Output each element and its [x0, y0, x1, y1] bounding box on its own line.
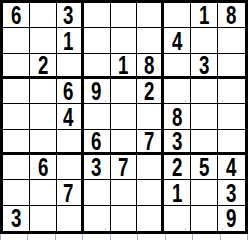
cell-r3c8[interactable]: 3	[191, 54, 218, 79]
cell-r4c7[interactable]	[164, 79, 191, 104]
cell-r4c9[interactable]	[218, 79, 245, 104]
cell-r4c2[interactable]	[30, 79, 57, 104]
cell-r7c9[interactable]: 4	[218, 155, 245, 180]
sheet-gridline-tick	[247, 234, 248, 240]
cell-r3c2[interactable]: 2	[30, 54, 57, 79]
cell-r7c3[interactable]	[57, 155, 84, 180]
cell-r9c6[interactable]	[137, 206, 164, 231]
given-digit: 2	[172, 155, 182, 180]
cell-r6c6[interactable]: 7	[137, 130, 164, 155]
cell-r9c8[interactable]	[191, 206, 218, 231]
cell-r2c9[interactable]	[218, 28, 245, 53]
cell-r2c3[interactable]: 1	[57, 28, 84, 53]
cell-r4c1[interactable]	[3, 79, 30, 104]
cell-r5c2[interactable]	[30, 104, 57, 129]
given-digit: 6	[38, 155, 48, 180]
cell-r8c4[interactable]	[84, 180, 111, 205]
given-digit: 4	[172, 28, 182, 53]
given-digit: 9	[226, 206, 236, 231]
cell-r2c5[interactable]	[111, 28, 138, 53]
sudoku-screenshot: 63181421836924867363725471339	[0, 0, 250, 240]
cell-r7c8[interactable]: 5	[191, 155, 218, 180]
sudoku-board: 63181421836924867363725471339	[0, 0, 248, 234]
cell-r8c9[interactable]: 3	[218, 180, 245, 205]
sheet-gridline-tick	[55, 234, 56, 240]
cell-r1c3[interactable]: 3	[57, 3, 84, 28]
given-digit: 6	[91, 130, 101, 154]
cell-r4c3[interactable]: 6	[57, 79, 84, 104]
cell-r7c2[interactable]: 6	[30, 155, 57, 180]
given-digit: 9	[91, 79, 101, 104]
given-digit: 3	[172, 130, 182, 154]
sheet-gridline-tick	[192, 234, 193, 240]
given-digit: 6	[63, 79, 73, 104]
given-digit: 3	[63, 3, 73, 28]
cell-r1c8[interactable]: 1	[191, 3, 218, 28]
cell-r2c6[interactable]	[137, 28, 164, 53]
cell-r1c7[interactable]	[164, 3, 191, 28]
cell-r3c3[interactable]	[57, 54, 84, 79]
given-digit: 1	[118, 54, 128, 78]
cell-r1c2[interactable]	[30, 3, 57, 28]
given-digit: 3	[91, 155, 101, 180]
cell-r6c2[interactable]	[30, 130, 57, 155]
given-digit: 1	[199, 3, 209, 28]
given-digit: 2	[144, 79, 154, 104]
cell-r1c4[interactable]	[84, 3, 111, 28]
cell-r6c5[interactable]	[111, 130, 138, 155]
sheet-gridline-tick	[137, 234, 138, 240]
given-digit: 7	[118, 155, 128, 180]
cell-r5c9[interactable]	[218, 104, 245, 129]
given-digit: 3	[11, 206, 21, 231]
cell-r5c5[interactable]	[111, 104, 138, 129]
given-digit: 2	[38, 54, 48, 78]
given-digit: 1	[63, 28, 73, 53]
cell-r7c5[interactable]: 7	[111, 155, 138, 180]
given-digit: 6	[11, 3, 21, 28]
given-digit: 7	[144, 130, 154, 154]
cell-r4c8[interactable]	[191, 79, 218, 104]
sheet-gridline-tick	[165, 234, 166, 240]
cell-r6c1[interactable]	[3, 130, 30, 155]
cell-r8c5[interactable]	[111, 180, 138, 205]
cell-r2c1[interactable]	[3, 28, 30, 53]
cell-r9c2[interactable]	[30, 206, 57, 231]
given-digit: 4	[63, 104, 73, 129]
cell-r2c8[interactable]	[191, 28, 218, 53]
cell-r2c4[interactable]	[84, 28, 111, 53]
cell-r7c1[interactable]	[3, 155, 30, 180]
given-digit: 8	[226, 3, 236, 28]
cell-r8c8[interactable]	[191, 180, 218, 205]
cell-r9c3[interactable]	[57, 206, 84, 231]
given-digit: 5	[199, 155, 209, 180]
cell-r3c9[interactable]	[218, 54, 245, 79]
cell-r5c4[interactable]	[84, 104, 111, 129]
cell-r5c7[interactable]: 8	[164, 104, 191, 129]
cell-r1c1[interactable]: 6	[3, 3, 30, 28]
cell-r8c6[interactable]	[137, 180, 164, 205]
given-digit: 8	[144, 54, 154, 78]
cell-r1c9[interactable]: 8	[218, 3, 245, 28]
cell-r9c9[interactable]: 9	[218, 206, 245, 231]
cell-r9c7[interactable]	[164, 206, 191, 231]
cell-r3c5[interactable]: 1	[111, 54, 138, 79]
cell-r8c2[interactable]	[30, 180, 57, 205]
cell-r4c5[interactable]	[111, 79, 138, 104]
cell-r6c4[interactable]: 6	[84, 130, 111, 155]
cell-r3c1[interactable]	[3, 54, 30, 79]
sheet-gridline-tick	[0, 234, 1, 240]
cell-r3c7[interactable]	[164, 54, 191, 79]
cell-r3c6[interactable]: 8	[137, 54, 164, 79]
sheet-gridline-tick	[27, 234, 28, 240]
cell-r1c5[interactable]	[111, 3, 138, 28]
cell-r5c3[interactable]: 4	[57, 104, 84, 129]
cell-r7c4[interactable]: 3	[84, 155, 111, 180]
given-digit: 7	[63, 180, 73, 205]
cell-r9c5[interactable]	[111, 206, 138, 231]
cell-r8c3[interactable]: 7	[57, 180, 84, 205]
cell-r5c8[interactable]	[191, 104, 218, 129]
cell-r5c6[interactable]	[137, 104, 164, 129]
given-digit: 1	[172, 180, 182, 205]
cell-r9c1[interactable]: 3	[3, 206, 30, 231]
cell-r6c3[interactable]	[57, 130, 84, 155]
given-digit: 3	[226, 180, 236, 205]
cell-r7c7[interactable]: 2	[164, 155, 191, 180]
given-digit: 4	[226, 155, 236, 180]
cell-r2c2[interactable]	[30, 28, 57, 53]
cell-r9c4[interactable]	[84, 206, 111, 231]
cell-r6c8[interactable]	[191, 130, 218, 155]
cell-r7c6[interactable]	[137, 155, 164, 180]
cell-r1c6[interactable]	[137, 3, 164, 28]
given-digit: 3	[199, 54, 209, 78]
cell-r2c7[interactable]: 4	[164, 28, 191, 53]
cell-r8c7[interactable]: 1	[164, 180, 191, 205]
cell-r4c6[interactable]: 2	[137, 79, 164, 104]
cell-r3c4[interactable]	[84, 54, 111, 79]
cell-r4c4[interactable]: 9	[84, 79, 111, 104]
cell-r6c9[interactable]	[218, 130, 245, 155]
cell-r5c1[interactable]	[3, 104, 30, 129]
cell-r8c1[interactable]	[3, 180, 30, 205]
sheet-gridline-tick	[82, 234, 83, 240]
cell-r6c7[interactable]: 3	[164, 130, 191, 155]
given-digit: 8	[172, 104, 182, 129]
sheet-gridline-tick	[220, 234, 221, 240]
sheet-gridline-tick	[110, 234, 111, 240]
